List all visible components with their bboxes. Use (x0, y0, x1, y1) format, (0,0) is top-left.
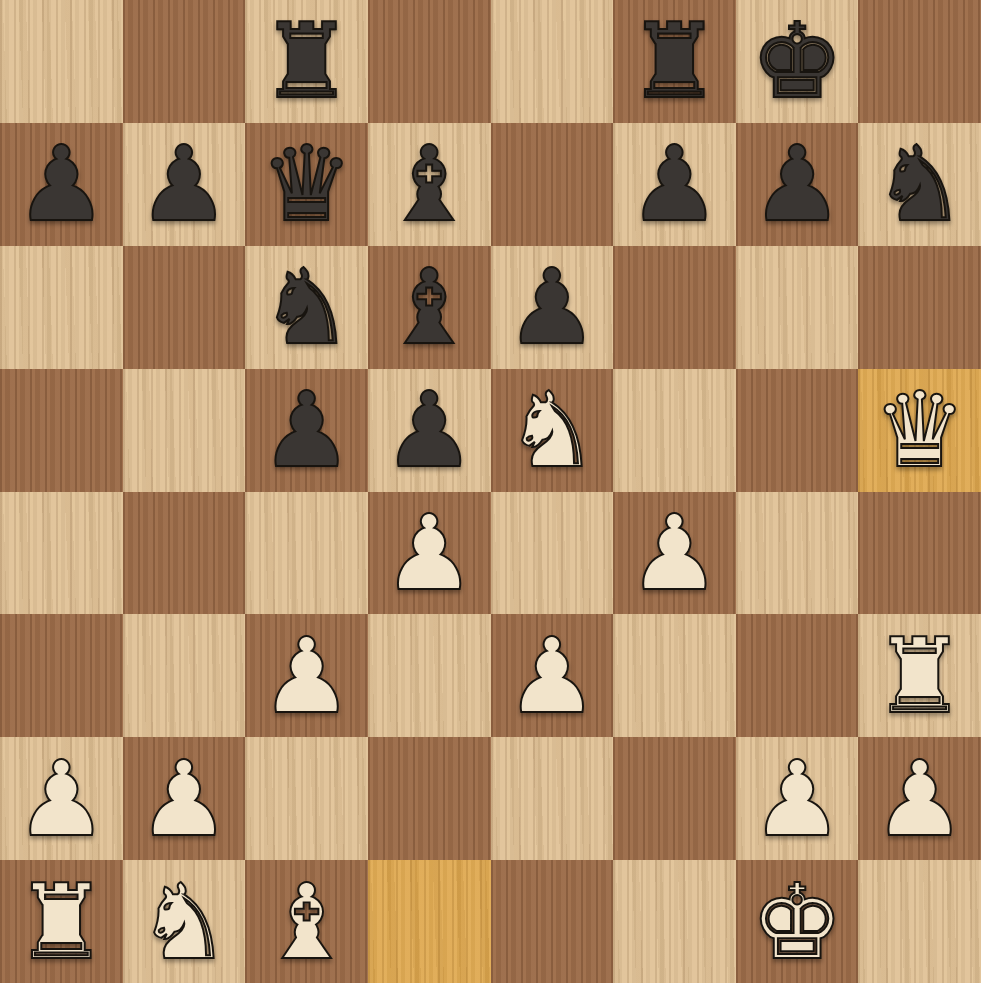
square-h2[interactable]: ♟ (858, 737, 981, 860)
square-d8[interactable] (368, 0, 491, 123)
black-rook-piece[interactable]: ♜ (260, 9, 353, 113)
square-b3[interactable] (123, 614, 246, 737)
square-f2[interactable] (613, 737, 736, 860)
square-d3[interactable] (368, 614, 491, 737)
square-b4[interactable] (123, 492, 246, 615)
square-f6[interactable] (613, 246, 736, 369)
square-f1[interactable] (613, 860, 736, 983)
white-pawn-piece[interactable]: ♟ (873, 747, 966, 851)
square-g1[interactable]: ♚ (736, 860, 859, 983)
square-h7[interactable]: ♞ (858, 123, 981, 246)
square-h6[interactable] (858, 246, 981, 369)
square-a1[interactable]: ♜ (0, 860, 123, 983)
square-d7[interactable]: ♝ (368, 123, 491, 246)
square-e7[interactable] (491, 123, 614, 246)
white-pawn-piece[interactable]: ♟ (260, 624, 353, 728)
black-pawn-piece[interactable]: ♟ (750, 132, 843, 236)
square-g5[interactable] (736, 369, 859, 492)
white-pawn-piece[interactable]: ♟ (383, 501, 476, 605)
square-f7[interactable]: ♟ (613, 123, 736, 246)
square-b1[interactable]: ♞ (123, 860, 246, 983)
white-rook-piece[interactable]: ♜ (15, 870, 108, 974)
square-a5[interactable] (0, 369, 123, 492)
square-e4[interactable] (491, 492, 614, 615)
square-d6[interactable]: ♝ (368, 246, 491, 369)
black-bishop-piece[interactable]: ♝ (383, 132, 476, 236)
square-c4[interactable] (245, 492, 368, 615)
square-a3[interactable] (0, 614, 123, 737)
black-pawn-piece[interactable]: ♟ (383, 378, 476, 482)
square-f4[interactable]: ♟ (613, 492, 736, 615)
square-f5[interactable] (613, 369, 736, 492)
square-d2[interactable] (368, 737, 491, 860)
white-rook-piece[interactable]: ♜ (873, 624, 966, 728)
square-b7[interactable]: ♟ (123, 123, 246, 246)
black-rook-piece[interactable]: ♜ (628, 9, 721, 113)
black-queen-piece[interactable]: ♛ (260, 132, 353, 236)
square-a6[interactable] (0, 246, 123, 369)
square-b2[interactable]: ♟ (123, 737, 246, 860)
black-pawn-piece[interactable]: ♟ (505, 255, 598, 359)
white-bishop-piece[interactable]: ♝ (260, 870, 353, 974)
square-f8[interactable]: ♜ (613, 0, 736, 123)
square-b6[interactable] (123, 246, 246, 369)
square-g3[interactable] (736, 614, 859, 737)
black-pawn-piece[interactable]: ♟ (628, 132, 721, 236)
white-king-piece[interactable]: ♚ (750, 870, 843, 974)
black-knight-piece[interactable]: ♞ (260, 255, 353, 359)
square-g7[interactable]: ♟ (736, 123, 859, 246)
square-c3[interactable]: ♟ (245, 614, 368, 737)
square-c1[interactable]: ♝ (245, 860, 368, 983)
square-f3[interactable] (613, 614, 736, 737)
square-h5[interactable]: ♛ (858, 369, 981, 492)
square-c5[interactable]: ♟ (245, 369, 368, 492)
square-c8[interactable]: ♜ (245, 0, 368, 123)
white-queen-piece[interactable]: ♛ (873, 378, 966, 482)
square-g8[interactable]: ♚ (736, 0, 859, 123)
square-d1[interactable] (368, 860, 491, 983)
black-pawn-piece[interactable]: ♟ (260, 378, 353, 482)
white-pawn-piece[interactable]: ♟ (628, 501, 721, 605)
black-knight-piece[interactable]: ♞ (873, 132, 966, 236)
square-a8[interactable] (0, 0, 123, 123)
square-g2[interactable]: ♟ (736, 737, 859, 860)
square-d5[interactable]: ♟ (368, 369, 491, 492)
square-c6[interactable]: ♞ (245, 246, 368, 369)
white-pawn-piece[interactable]: ♟ (505, 624, 598, 728)
square-e6[interactable]: ♟ (491, 246, 614, 369)
white-knight-piece[interactable]: ♞ (137, 870, 230, 974)
square-d4[interactable]: ♟ (368, 492, 491, 615)
white-pawn-piece[interactable]: ♟ (750, 747, 843, 851)
square-e5[interactable]: ♞ (491, 369, 614, 492)
square-c2[interactable] (245, 737, 368, 860)
square-b5[interactable] (123, 369, 246, 492)
black-king-piece[interactable]: ♚ (750, 9, 843, 113)
square-c7[interactable]: ♛ (245, 123, 368, 246)
square-e2[interactable] (491, 737, 614, 860)
black-pawn-piece[interactable]: ♟ (15, 132, 108, 236)
chess-board: ♜♜♚♟♟♛♝♟♟♞♞♝♟♟♟♞♛♟♟♟♟♜♟♟♟♟♜♞♝♚ (0, 0, 981, 983)
square-h8[interactable] (858, 0, 981, 123)
square-h4[interactable] (858, 492, 981, 615)
square-e8[interactable] (491, 0, 614, 123)
black-bishop-piece[interactable]: ♝ (383, 255, 476, 359)
square-e3[interactable]: ♟ (491, 614, 614, 737)
square-e1[interactable] (491, 860, 614, 983)
square-h1[interactable] (858, 860, 981, 983)
square-a4[interactable] (0, 492, 123, 615)
square-b8[interactable] (123, 0, 246, 123)
square-g4[interactable] (736, 492, 859, 615)
square-a2[interactable]: ♟ (0, 737, 123, 860)
square-a7[interactable]: ♟ (0, 123, 123, 246)
white-pawn-piece[interactable]: ♟ (15, 747, 108, 851)
white-knight-piece[interactable]: ♞ (505, 378, 598, 482)
white-pawn-piece[interactable]: ♟ (137, 747, 230, 851)
black-pawn-piece[interactable]: ♟ (137, 132, 230, 236)
square-h3[interactable]: ♜ (858, 614, 981, 737)
square-g6[interactable] (736, 246, 859, 369)
